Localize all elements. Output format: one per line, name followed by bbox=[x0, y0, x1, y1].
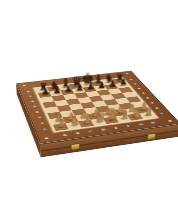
chess-set-photo: ABCDEFGH 87654321 87654321 ♜♞♝♛♚♝♞♜♟♟♟♟♟… bbox=[0, 0, 178, 222]
light-rook-icon: ♜ bbox=[144, 107, 154, 118]
inlay-dot-icon bbox=[45, 137, 49, 139]
coord-file-b: B bbox=[71, 131, 84, 135]
piece-light-knight-b1: ♞ bbox=[66, 121, 82, 129]
piece-light-bishop-c1: ♝ bbox=[78, 119, 94, 127]
brass-clasp-icon bbox=[148, 134, 155, 140]
light-king-icon: ♚ bbox=[105, 106, 120, 122]
folding-chess-box: ABCDEFGH 87654321 87654321 ♜♞♝♛♚♝♞♜♟♟♟♟♟… bbox=[16, 71, 178, 144]
coord-rank-3: 3 bbox=[30, 114, 49, 121]
coord-file-c: C bbox=[84, 129, 97, 133]
coord-rank-1: 1 bbox=[35, 125, 55, 133]
coord-file-e: E bbox=[110, 126, 123, 130]
light-rook-icon: ♜ bbox=[57, 118, 67, 129]
coord-file-f: F bbox=[122, 124, 135, 128]
coord-file-a: A bbox=[58, 133, 71, 137]
coord-file-d: D bbox=[97, 127, 110, 131]
coord-rank-6: 6 bbox=[23, 98, 41, 104]
coord-rank-4: 4 bbox=[28, 108, 47, 115]
coord-file-h: H bbox=[147, 121, 160, 125]
inlay-dot-icon bbox=[168, 120, 172, 122]
light-queen-icon: ♛ bbox=[94, 110, 107, 124]
light-bishop-icon: ♝ bbox=[119, 108, 131, 121]
king-finial-icon bbox=[86, 70, 89, 73]
coord-rank-2: 2 bbox=[32, 119, 52, 127]
inlay-dot-icon bbox=[23, 85, 26, 86]
light-bishop-icon: ♝ bbox=[82, 113, 94, 126]
king-finial-icon bbox=[111, 104, 114, 108]
coord-file-g: G bbox=[134, 122, 147, 126]
coord-rank-5: 5 bbox=[26, 103, 44, 110]
brass-clasp-icon bbox=[72, 144, 80, 150]
inlay-dot-icon bbox=[126, 73, 129, 74]
light-knight-icon: ♞ bbox=[69, 115, 80, 127]
light-knight-icon: ♞ bbox=[132, 107, 143, 119]
